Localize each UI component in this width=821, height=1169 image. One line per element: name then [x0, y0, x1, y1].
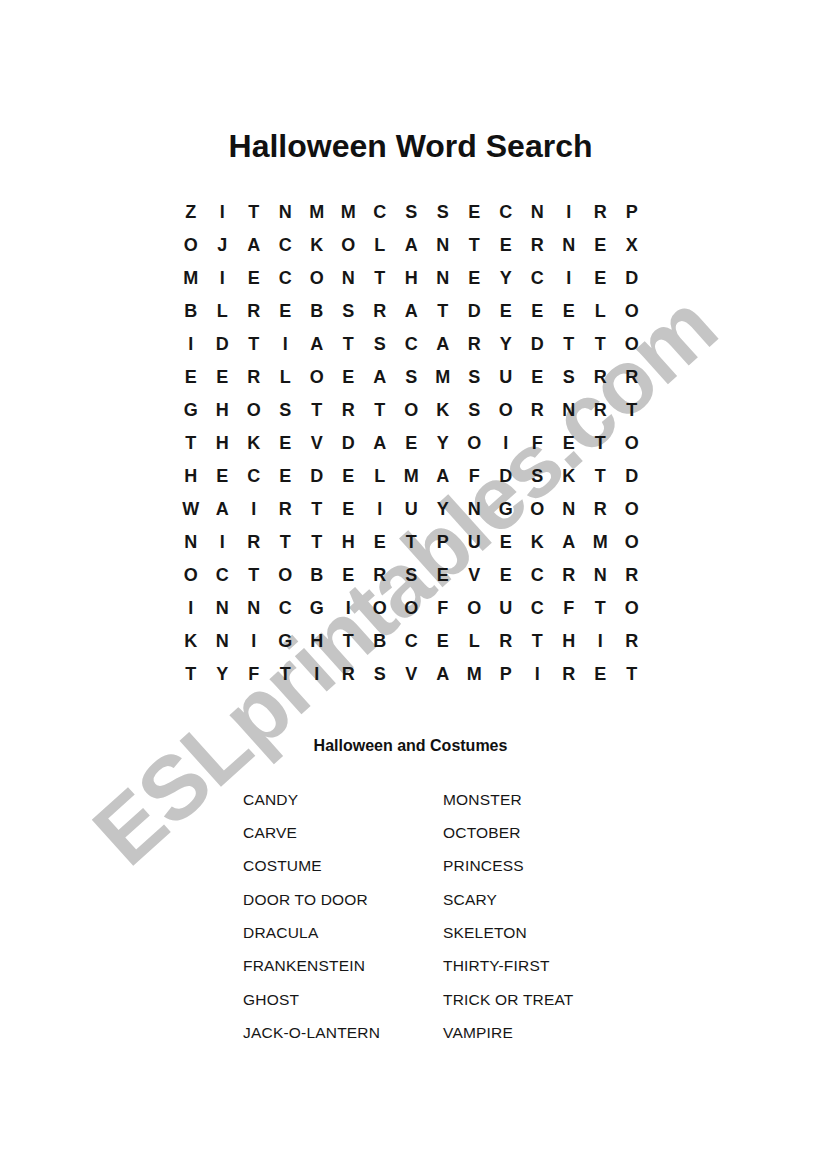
grid-cell: C [522, 592, 554, 625]
grid-cell: S [459, 361, 491, 394]
grid-cell: O [238, 394, 270, 427]
grid-cell: D [301, 460, 333, 493]
grid-cell: E [522, 295, 554, 328]
grid-cell: S [270, 394, 302, 427]
grid-cell: F [238, 658, 270, 691]
grid-cell: R [616, 559, 648, 592]
grid-cell: A [238, 229, 270, 262]
grid-cell: O [522, 493, 554, 526]
grid-cell: A [553, 526, 585, 559]
grid-cell: E [333, 493, 365, 526]
grid-cell: K [175, 625, 207, 658]
grid-cell: I [522, 658, 554, 691]
word-list-item: PRINCESS [443, 850, 574, 883]
grid-cell: T [333, 625, 365, 658]
grid-cell: O [364, 592, 396, 625]
grid-cell: T [616, 394, 648, 427]
grid-cell: N [553, 394, 585, 427]
grid-cell: T [364, 262, 396, 295]
grid-cell: R [616, 361, 648, 394]
grid-cell: H [175, 460, 207, 493]
grid-cell: K [553, 460, 585, 493]
grid-cell: R [238, 295, 270, 328]
word-list-item: OCTOBER [443, 816, 574, 849]
word-search-grid: ZITNMMCSSECNIRPOJACKOLANTERNEXMIECONTHNE… [175, 196, 648, 691]
grid-cell: E [396, 427, 428, 460]
grid-cell: N [207, 625, 239, 658]
grid-cell: C [364, 196, 396, 229]
grid-cell: L [364, 229, 396, 262]
word-list-item: DRACULA [243, 916, 380, 949]
grid-cell: R [522, 229, 554, 262]
grid-cell: L [585, 295, 617, 328]
grid-cell: O [616, 328, 648, 361]
grid-cell: T [270, 658, 302, 691]
grid-cell: T [396, 526, 428, 559]
page-title: Halloween Word Search [0, 128, 821, 165]
grid-cell: C [270, 592, 302, 625]
grid-cell: R [270, 493, 302, 526]
grid-cell: O [175, 559, 207, 592]
grid-cell: I [364, 493, 396, 526]
grid-cell: N [238, 592, 270, 625]
grid-cell: I [175, 328, 207, 361]
grid-cell: I [207, 196, 239, 229]
grid-cell: G [175, 394, 207, 427]
grid-cell: R [490, 625, 522, 658]
grid-cell: C [490, 196, 522, 229]
word-list-item: CANDY [243, 783, 380, 816]
grid-cell: D [459, 295, 491, 328]
word-list-item: SKELETON [443, 916, 574, 949]
grid-cell: M [427, 361, 459, 394]
word-list-item: DOOR TO DOOR [243, 883, 380, 916]
grid-cell: U [459, 526, 491, 559]
grid-cell: N [553, 229, 585, 262]
grid-cell: D [616, 460, 648, 493]
grid-cell: T [364, 394, 396, 427]
grid-cell: R [585, 493, 617, 526]
grid-cell: A [207, 493, 239, 526]
grid-cell: O [616, 526, 648, 559]
word-list-item: MONSTER [443, 783, 574, 816]
grid-cell: B [301, 295, 333, 328]
grid-cell: T [585, 328, 617, 361]
grid-cell: E [270, 295, 302, 328]
grid-cell: A [301, 328, 333, 361]
grid-cell: G [490, 493, 522, 526]
grid-cell: N [459, 493, 491, 526]
grid-cell: S [396, 559, 428, 592]
grid-cell: L [207, 295, 239, 328]
grid-cell: O [301, 262, 333, 295]
grid-cell: O [616, 592, 648, 625]
grid-cell: A [427, 328, 459, 361]
grid-cell: E [175, 361, 207, 394]
grid-cell: A [396, 295, 428, 328]
grid-cell: S [553, 361, 585, 394]
word-list-item: THIRTY-FIRST [443, 950, 574, 983]
grid-cell: T [522, 625, 554, 658]
grid-cell: E [364, 526, 396, 559]
grid-cell: A [427, 658, 459, 691]
grid-cell: E [490, 295, 522, 328]
grid-cell: E [270, 427, 302, 460]
grid-cell: E [585, 658, 617, 691]
grid-cell: S [522, 460, 554, 493]
grid-cell: D [333, 427, 365, 460]
grid-cell: O [459, 592, 491, 625]
grid-cell: E [270, 460, 302, 493]
grid-cell: S [364, 658, 396, 691]
word-list-item: COSTUME [243, 850, 380, 883]
grid-cell: R [333, 658, 365, 691]
grid-cell: O [490, 394, 522, 427]
grid-cell: T [301, 394, 333, 427]
grid-cell: T [238, 559, 270, 592]
grid-cell: E [490, 526, 522, 559]
grid-cell: I [207, 526, 239, 559]
word-list-item: FRANKENSTEIN [243, 950, 380, 983]
grid-cell: N [585, 559, 617, 592]
word-list-item: JACK-O-LANTERN [243, 1016, 380, 1049]
grid-cell: C [522, 262, 554, 295]
grid-cell: I [333, 592, 365, 625]
grid-cell: R [333, 394, 365, 427]
grid-cell: S [333, 295, 365, 328]
grid-cell: I [238, 625, 270, 658]
word-list-item: TRICK OR TREAT [443, 983, 574, 1016]
grid-cell: E [427, 625, 459, 658]
word-list-item: GHOST [243, 983, 380, 1016]
worksheet-page: ESLprintables.com Halloween Word Search … [0, 0, 821, 1169]
grid-cell: E [238, 262, 270, 295]
grid-cell: F [522, 427, 554, 460]
grid-cell: Y [427, 493, 459, 526]
grid-cell: F [427, 592, 459, 625]
grid-cell: F [459, 460, 491, 493]
grid-cell: I [553, 196, 585, 229]
grid-cell: U [490, 592, 522, 625]
grid-cell: C [396, 625, 428, 658]
grid-cell: O [459, 427, 491, 460]
grid-cell: T [459, 229, 491, 262]
grid-cell: T [238, 328, 270, 361]
grid-cell: P [427, 526, 459, 559]
grid-cell: O [616, 493, 648, 526]
grid-cell: K [301, 229, 333, 262]
grid-cell: Y [427, 427, 459, 460]
grid-cell: E [333, 460, 365, 493]
grid-cell: E [427, 559, 459, 592]
grid-cell: N [207, 592, 239, 625]
grid-cell: I [270, 328, 302, 361]
grid-cell: T [270, 526, 302, 559]
grid-cell: M [396, 460, 428, 493]
grid-cell: R [238, 361, 270, 394]
grid-cell: I [301, 658, 333, 691]
grid-cell: T [616, 658, 648, 691]
grid-cell: C [270, 229, 302, 262]
grid-cell: T [238, 196, 270, 229]
grid-cell: H [207, 394, 239, 427]
grid-cell: T [553, 328, 585, 361]
grid-cell: R [522, 394, 554, 427]
grid-cell: I [238, 493, 270, 526]
grid-cell: S [459, 394, 491, 427]
word-list-column-left: CANDYCARVECOSTUMEDOOR TO DOORDRACULAFRAN… [243, 783, 380, 1050]
grid-cell: Y [490, 328, 522, 361]
grid-cell: R [238, 526, 270, 559]
grid-cell: E [333, 361, 365, 394]
grid-cell: T [585, 427, 617, 460]
word-list-item: CARVE [243, 816, 380, 849]
grid-cell: C [522, 559, 554, 592]
grid-cell: G [270, 625, 302, 658]
grid-cell: I [207, 262, 239, 295]
grid-cell: D [207, 328, 239, 361]
word-list-column-right: MONSTEROCTOBERPRINCESSSCARYSKELETONTHIRT… [443, 783, 574, 1050]
grid-cell: V [459, 559, 491, 592]
grid-cell: C [238, 460, 270, 493]
grid-cell: B [175, 295, 207, 328]
grid-cell: M [333, 196, 365, 229]
grid-cell: B [301, 559, 333, 592]
grid-cell: Y [490, 262, 522, 295]
grid-cell: H [553, 625, 585, 658]
grid-cell: R [364, 559, 396, 592]
grid-cell: T [333, 328, 365, 361]
grid-cell: E [522, 361, 554, 394]
grid-cell: N [333, 262, 365, 295]
grid-cell: E [459, 196, 491, 229]
grid-cell: N [522, 196, 554, 229]
grid-cell: O [396, 592, 428, 625]
grid-cell: L [364, 460, 396, 493]
grid-cell: I [490, 427, 522, 460]
grid-cell: Y [207, 658, 239, 691]
grid-cell: M [301, 196, 333, 229]
grid-cell: R [553, 658, 585, 691]
grid-cell: W [175, 493, 207, 526]
grid-cell: G [301, 592, 333, 625]
grid-cell: T [301, 526, 333, 559]
grid-cell: T [585, 460, 617, 493]
grid-cell: T [585, 592, 617, 625]
word-list-item: SCARY [443, 883, 574, 916]
grid-cell: E [207, 361, 239, 394]
grid-cell: O [616, 427, 648, 460]
grid-cell: A [364, 427, 396, 460]
grid-cell: T [175, 427, 207, 460]
grid-cell: I [175, 592, 207, 625]
grid-cell: O [333, 229, 365, 262]
grid-cell: O [616, 295, 648, 328]
grid-cell: A [427, 460, 459, 493]
grid-cell: O [175, 229, 207, 262]
grid-cell: M [175, 262, 207, 295]
grid-cell: U [490, 361, 522, 394]
grid-cell: K [427, 394, 459, 427]
grid-cell: O [301, 361, 333, 394]
grid-cell: M [459, 658, 491, 691]
grid-cell: N [427, 262, 459, 295]
grid-cell: M [585, 526, 617, 559]
grid-cell: C [207, 559, 239, 592]
grid-cell: D [616, 262, 648, 295]
grid-cell: L [459, 625, 491, 658]
grid-cell: H [333, 526, 365, 559]
grid-cell: V [396, 658, 428, 691]
grid-cell: T [175, 658, 207, 691]
grid-cell: S [364, 328, 396, 361]
grid-cell: R [364, 295, 396, 328]
grid-cell: U [396, 493, 428, 526]
grid-cell: P [490, 658, 522, 691]
grid-cell: E [585, 229, 617, 262]
grid-cell: S [396, 361, 428, 394]
grid-cell: Z [175, 196, 207, 229]
grid-cell: A [396, 229, 428, 262]
grid-cell: R [553, 559, 585, 592]
grid-cell: H [301, 625, 333, 658]
grid-cell: C [396, 328, 428, 361]
grid-cell: N [427, 229, 459, 262]
grid-cell: E [333, 559, 365, 592]
grid-cell: R [616, 625, 648, 658]
grid-cell: N [270, 196, 302, 229]
grid-cell: K [522, 526, 554, 559]
grid-cell: P [616, 196, 648, 229]
grid-cell: E [553, 295, 585, 328]
grid-cell: S [427, 196, 459, 229]
grid-cell: D [490, 460, 522, 493]
grid-cell: R [585, 394, 617, 427]
grid-cell: N [175, 526, 207, 559]
grid-cell: E [207, 460, 239, 493]
grid-cell: N [553, 493, 585, 526]
grid-cell: F [553, 592, 585, 625]
grid-cell: I [585, 625, 617, 658]
grid-cell: E [490, 229, 522, 262]
grid-cell: A [364, 361, 396, 394]
grid-cell: H [207, 427, 239, 460]
grid-cell: R [585, 196, 617, 229]
grid-cell: V [301, 427, 333, 460]
grid-cell: O [396, 394, 428, 427]
grid-cell: E [490, 559, 522, 592]
grid-cell: J [207, 229, 239, 262]
grid-cell: K [238, 427, 270, 460]
grid-cell: O [270, 559, 302, 592]
grid-cell: E [459, 262, 491, 295]
grid-cell: I [553, 262, 585, 295]
grid-cell: H [396, 262, 428, 295]
grid-cell: E [553, 427, 585, 460]
grid-cell: E [585, 262, 617, 295]
grid-cell: R [459, 328, 491, 361]
grid-cell: C [270, 262, 302, 295]
grid-cell: R [585, 361, 617, 394]
grid-cell: T [427, 295, 459, 328]
grid-cell: S [396, 196, 428, 229]
word-list-heading: Halloween and Costumes [0, 737, 821, 755]
grid-cell: D [522, 328, 554, 361]
grid-cell: L [270, 361, 302, 394]
grid-cell: X [616, 229, 648, 262]
grid-cell: B [364, 625, 396, 658]
word-list-item: VAMPIRE [443, 1016, 574, 1049]
grid-cell: T [301, 493, 333, 526]
